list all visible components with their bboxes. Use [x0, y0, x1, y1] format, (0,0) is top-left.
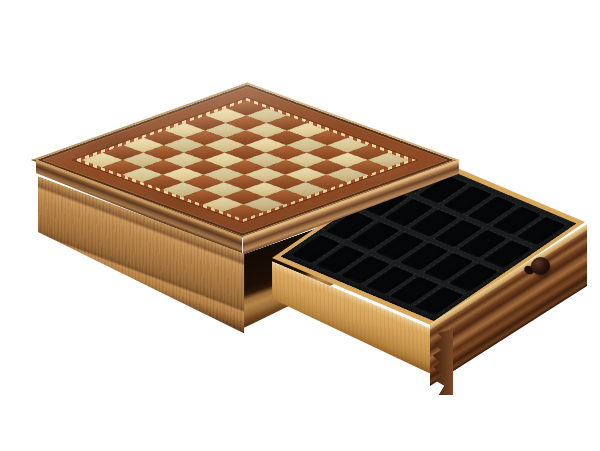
drawer-knob	[531, 257, 550, 275]
stage	[0, 0, 600, 451]
